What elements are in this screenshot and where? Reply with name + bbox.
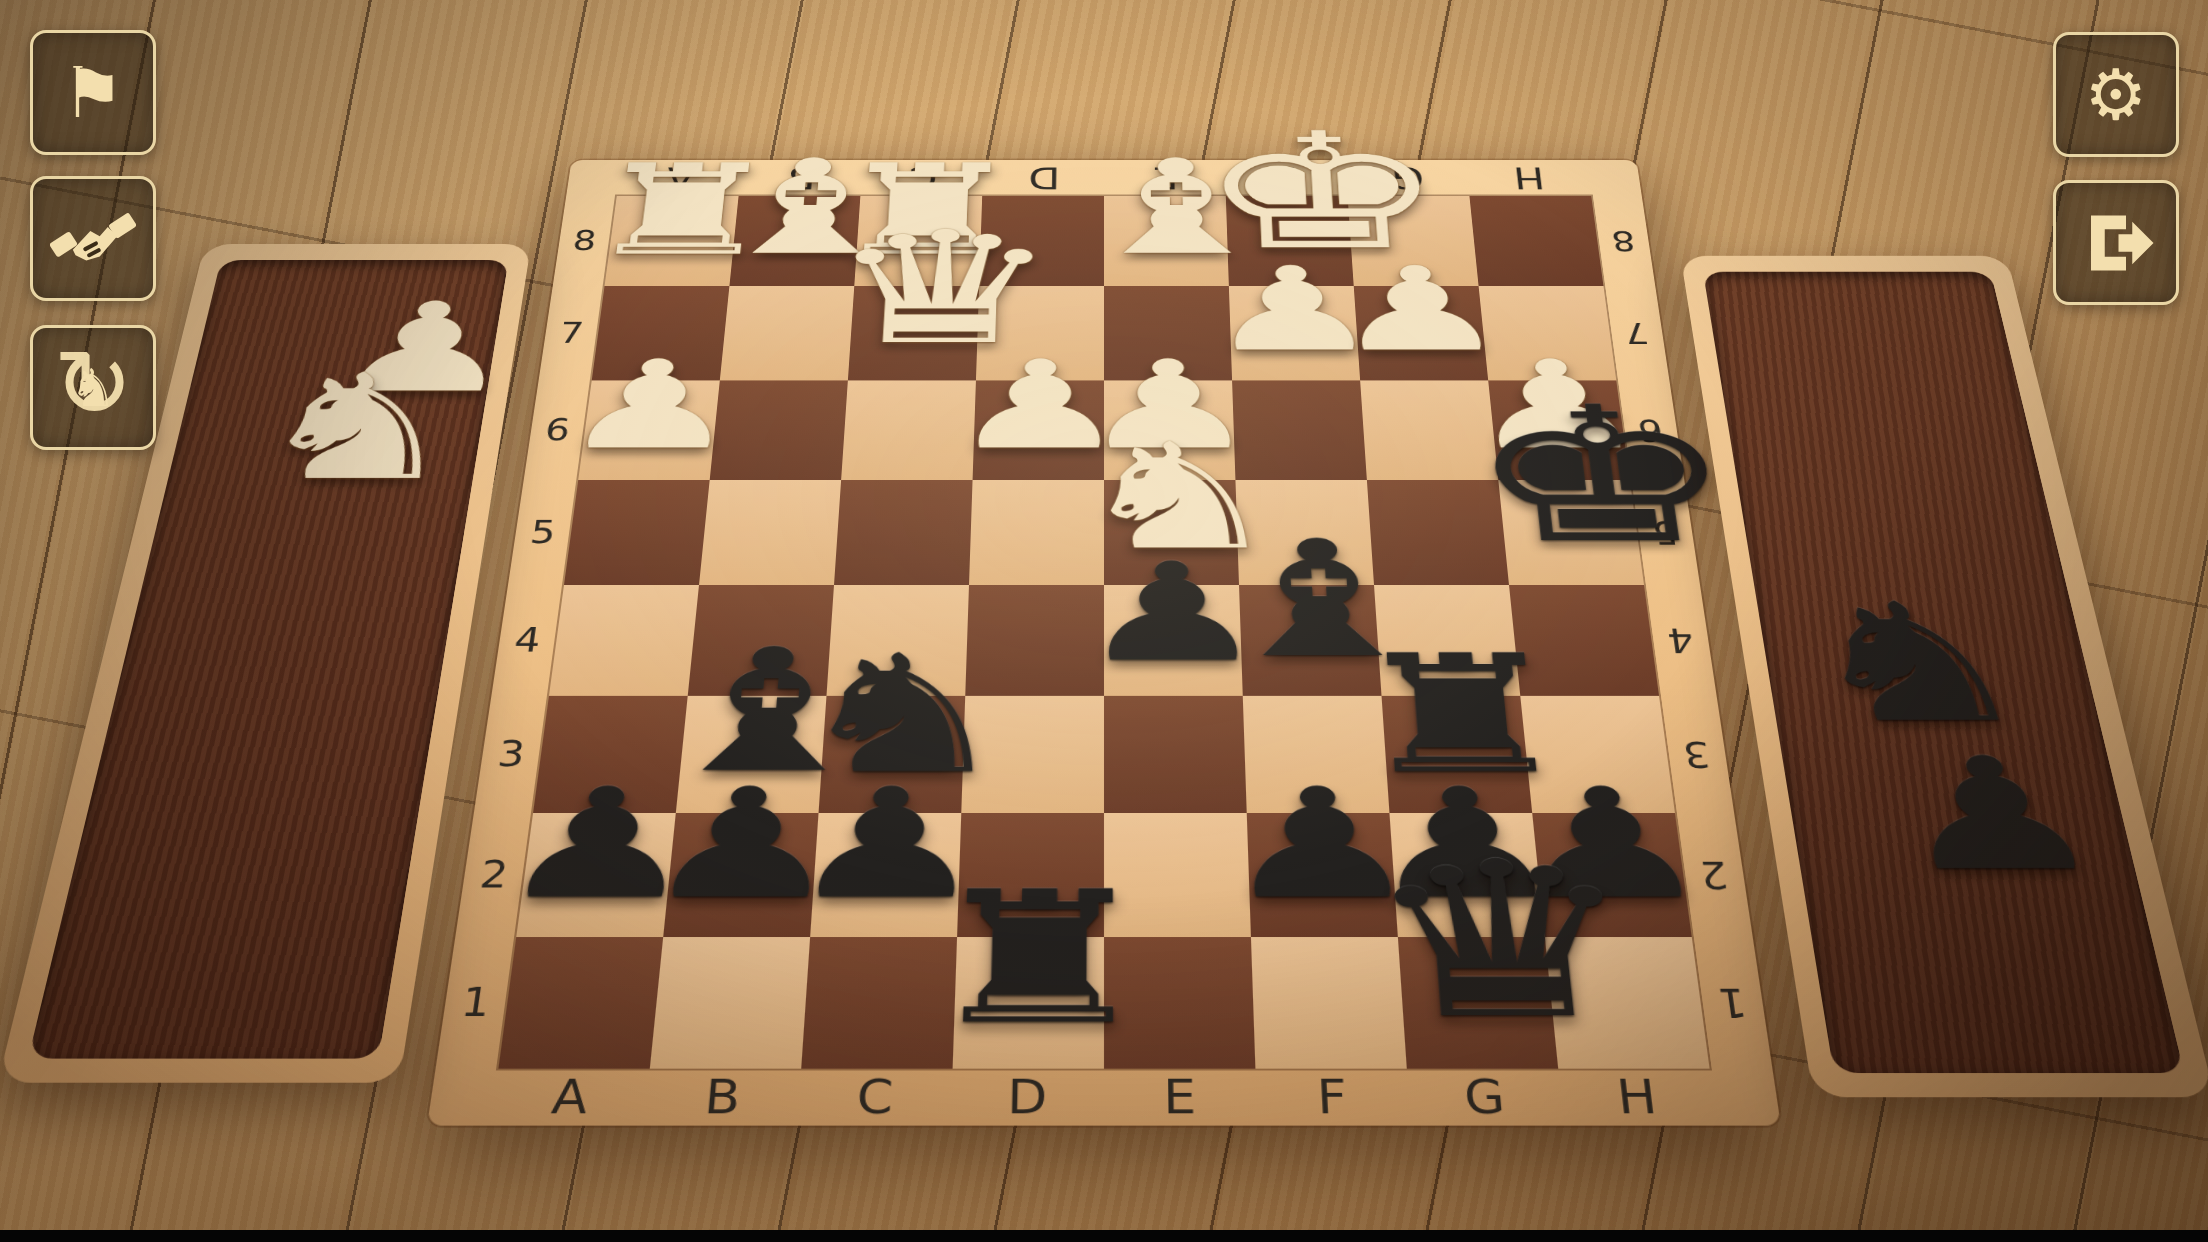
undo-move-button[interactable]: ↻ ♞ [30,325,156,450]
square-c2[interactable] [810,813,961,937]
rank-label-left-2: 2 [477,853,511,895]
rank-label-right-2: 2 [1696,853,1730,895]
square-e2[interactable] [1104,813,1251,937]
square-e3[interactable] [1104,696,1247,813]
offer-draw-button[interactable] [30,176,156,301]
file-label-bottom-A: A [549,1070,592,1125]
square-c1[interactable] [801,937,957,1069]
system-bottom-bar [0,1230,2208,1242]
rank-label-right-1: 1 [1714,980,1750,1025]
rank-label-left-4: 4 [512,621,544,659]
rank-label-left-3: 3 [495,734,528,774]
handshake-icon [50,196,136,282]
file-label-bottom-E: E [1163,1070,1198,1125]
square-f2[interactable] [1247,813,1398,937]
file-label-bottom-H: H [1614,1070,1661,1125]
rank-label-left-1: 1 [459,980,495,1025]
square-h2[interactable] [1532,813,1692,937]
gear-icon: ⚙ [2085,60,2148,130]
piece-black-king-h5[interactable]: ♚ [1458,383,1675,574]
resign-button[interactable]: ⚑ [30,30,156,155]
square-d3[interactable] [961,696,1104,813]
rank-label-right-3: 3 [1679,734,1712,774]
exit-game-button[interactable] [2053,180,2179,305]
settings-button[interactable]: ⚙ [2053,32,2179,157]
square-b3[interactable] [676,696,827,813]
square-h3[interactable] [1520,696,1675,813]
square-b2[interactable] [663,813,818,937]
square-d2[interactable] [957,813,1104,937]
piece-white-pawn-a6[interactable]: ♟ [548,345,754,470]
rank-label-right-4: 4 [1664,621,1696,659]
file-label-bottom-D: D [1007,1070,1049,1125]
square-a1[interactable] [498,937,663,1069]
square-f3[interactable] [1243,696,1390,813]
square-c5[interactable] [834,480,973,585]
square-g2[interactable] [1389,813,1544,937]
square-f1[interactable] [1251,937,1407,1069]
rank-label-left-5: 5 [528,514,559,550]
file-label-bottom-B: B [702,1070,743,1125]
square-d1[interactable] [953,937,1104,1069]
file-label-top-H: H [1510,160,1546,195]
knight-icon: ♞ [70,358,117,418]
file-label-bottom-G: G [1462,1070,1508,1125]
rank-label-right-8: 8 [1609,225,1638,256]
square-a2[interactable] [516,813,676,937]
flag-icon: ⚑ [62,58,125,128]
square-h1[interactable] [1545,937,1710,1069]
file-label-bottom-C: C [855,1070,895,1125]
file-label-top-D: D [1027,160,1060,195]
square-g1[interactable] [1398,937,1558,1069]
chess-app-screen: ABCDEFGHABCDEFGH8765432187654321 ♜♝♜♝♚♛♟… [0,0,2208,1242]
chess-board: ABCDEFGHABCDEFGH8765432187654321 ♜♝♜♝♚♛♟… [427,160,1781,1126]
captured-tray-black: ♞♟ [1680,256,2208,1097]
square-b1[interactable] [650,937,810,1069]
square-g3[interactable] [1382,696,1533,813]
square-b5[interactable] [699,480,841,585]
board-scene: ABCDEFGHABCDEFGH8765432187654321 ♜♝♜♝♚♛♟… [0,0,2208,1242]
square-a5[interactable] [564,480,710,585]
square-c3[interactable] [819,696,966,813]
square-e1[interactable] [1104,937,1255,1069]
exit-icon [2076,203,2156,283]
captured-white-knight: ♞ [237,355,476,504]
file-label-bottom-F: F [1316,1070,1350,1125]
square-a3[interactable] [533,696,688,813]
